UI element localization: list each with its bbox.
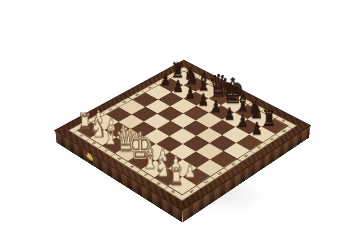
board-top: abcdefgh abcdefgh 87654321 87654321 ♜♞♝♛… xyxy=(55,60,310,210)
scene: abcdefgh abcdefgh 87654321 87654321 ♜♞♝♛… xyxy=(0,0,350,245)
piece-black-pawn[interactable]: ♟ xyxy=(236,113,250,130)
square-d5[interactable] xyxy=(170,113,196,128)
piece-white-knight[interactable]: ♞ xyxy=(154,155,169,181)
piece-black-pawn[interactable]: ♟ xyxy=(209,99,223,116)
piece-black-pawn[interactable]: ♟ xyxy=(222,106,236,123)
chess-box: abcdefgh abcdefgh 87654321 87654321 ♜♞♝♛… xyxy=(55,60,310,210)
piece-black-pawn[interactable]: ♟ xyxy=(183,85,197,101)
product-photo-stage: abcdefgh abcdefgh 87654321 87654321 ♜♞♝♛… xyxy=(0,0,350,245)
piece-white-rook[interactable]: ♜ xyxy=(168,165,184,189)
brass-clasp-icon xyxy=(86,151,93,163)
piece-white-pawn[interactable]: ♟ xyxy=(182,162,197,180)
piece-black-pawn[interactable]: ♟ xyxy=(249,120,264,137)
fold-seam-edge xyxy=(249,166,250,179)
